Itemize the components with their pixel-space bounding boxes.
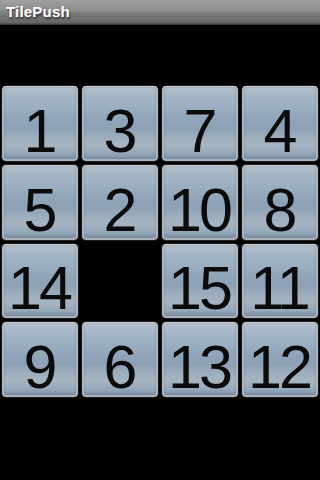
tile-2[interactable]: 2 bbox=[81, 164, 159, 241]
tile-number: 4 bbox=[264, 101, 295, 162]
tile-4[interactable]: 4 bbox=[241, 85, 319, 162]
board-cell-r3c2: 13 bbox=[160, 320, 240, 399]
tile-number: 1 bbox=[24, 101, 55, 162]
board-cell-r2c2: 15 bbox=[160, 242, 240, 321]
board-cell-r1c0: 5 bbox=[0, 163, 80, 242]
tile-number: 9 bbox=[24, 337, 55, 398]
tile-8[interactable]: 8 bbox=[241, 164, 319, 241]
app-screen: TilePush 137452108141511961312 bbox=[0, 0, 320, 480]
tile-3[interactable]: 3 bbox=[81, 85, 159, 162]
board-cell-r1c1: 2 bbox=[80, 163, 160, 242]
tile-number: 8 bbox=[264, 180, 295, 241]
board-cell-r3c1: 6 bbox=[80, 320, 160, 399]
tile-9[interactable]: 9 bbox=[1, 321, 79, 398]
tile-6[interactable]: 6 bbox=[81, 321, 159, 398]
title-bar: TilePush bbox=[0, 0, 320, 25]
board-cell-r1c2: 10 bbox=[160, 163, 240, 242]
tile-number: 5 bbox=[24, 180, 55, 241]
tile-number: 2 bbox=[104, 180, 135, 241]
tile-11[interactable]: 11 bbox=[241, 243, 319, 320]
board-cell-r0c0: 1 bbox=[0, 84, 80, 163]
tile-12[interactable]: 12 bbox=[241, 321, 319, 398]
tile-number: 6 bbox=[104, 337, 135, 398]
tile-1[interactable]: 1 bbox=[1, 85, 79, 162]
tile-number: 3 bbox=[104, 101, 135, 162]
tile-5[interactable]: 5 bbox=[1, 164, 79, 241]
tile-number: 14 bbox=[8, 258, 70, 319]
puzzle-board: 137452108141511961312 bbox=[0, 84, 320, 399]
board-cell-r3c3: 12 bbox=[240, 320, 320, 399]
tile-13[interactable]: 13 bbox=[161, 321, 239, 398]
empty-cell bbox=[80, 242, 160, 321]
tile-number: 12 bbox=[248, 337, 310, 398]
board-cell-r1c3: 8 bbox=[240, 163, 320, 242]
board-cell-r2c3: 11 bbox=[240, 242, 320, 321]
tile-number: 10 bbox=[168, 180, 230, 241]
tile-14[interactable]: 14 bbox=[1, 243, 79, 320]
board-cell-r3c0: 9 bbox=[0, 320, 80, 399]
board-cell-r0c1: 3 bbox=[80, 84, 160, 163]
tile-7[interactable]: 7 bbox=[161, 85, 239, 162]
board-cell-r0c2: 7 bbox=[160, 84, 240, 163]
app-title: TilePush bbox=[0, 0, 320, 24]
tile-number: 13 bbox=[168, 337, 230, 398]
board-cell-r0c3: 4 bbox=[240, 84, 320, 163]
tile-10[interactable]: 10 bbox=[161, 164, 239, 241]
tile-number: 15 bbox=[168, 258, 230, 319]
tile-number: 11 bbox=[250, 258, 307, 319]
board-cell-r2c0: 14 bbox=[0, 242, 80, 321]
tile-number: 7 bbox=[184, 101, 215, 162]
tile-15[interactable]: 15 bbox=[161, 243, 239, 320]
